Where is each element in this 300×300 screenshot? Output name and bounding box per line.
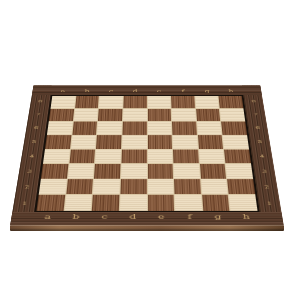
- square-a2[interactable]: [39, 179, 67, 194]
- square-a8[interactable]: [51, 96, 76, 108]
- rank-label-left-7: 7: [28, 108, 49, 121]
- square-g8[interactable]: [195, 96, 219, 108]
- square-d7[interactable]: [123, 109, 147, 122]
- chessboard-photo: 87654321 87654321 abcdefgh abcdefgh: [0, 0, 300, 300]
- square-d4[interactable]: [121, 149, 146, 163]
- square-d5[interactable]: [122, 135, 147, 149]
- square-g7[interactable]: [196, 109, 221, 122]
- square-c2[interactable]: [93, 179, 120, 194]
- square-a4[interactable]: [43, 149, 70, 163]
- file-label-top-h: h: [218, 86, 243, 95]
- square-d8[interactable]: [123, 96, 146, 108]
- squares-grid: [37, 96, 258, 211]
- rank-label-right-8: 8: [243, 95, 264, 108]
- square-f6[interactable]: [172, 122, 197, 135]
- rank-label-right-6: 6: [247, 121, 269, 135]
- rank-label-left-6: 6: [25, 121, 47, 135]
- square-f7[interactable]: [172, 109, 196, 122]
- square-f4[interactable]: [173, 149, 199, 163]
- square-d1[interactable]: [120, 195, 147, 211]
- rank-label-right-7: 7: [245, 108, 266, 121]
- square-g1[interactable]: [202, 195, 230, 211]
- square-c1[interactable]: [92, 195, 119, 211]
- square-b5[interactable]: [71, 135, 97, 149]
- square-c7[interactable]: [98, 109, 122, 122]
- board-side-edge: [10, 225, 284, 231]
- rank-label-left-1: 1: [12, 195, 36, 212]
- square-a1[interactable]: [37, 195, 65, 211]
- rank-label-right-2: 2: [255, 179, 279, 195]
- board-3d-scene: 87654321 87654321 abcdefgh abcdefgh: [23, 25, 271, 273]
- square-h5[interactable]: [223, 135, 249, 149]
- rank-label-left-4: 4: [21, 149, 43, 164]
- square-e7[interactable]: [147, 109, 171, 122]
- rank-label-left-8: 8: [30, 95, 51, 108]
- square-a3[interactable]: [41, 164, 68, 179]
- square-a6[interactable]: [47, 122, 73, 135]
- square-b3[interactable]: [68, 164, 95, 179]
- rank-label-left-2: 2: [15, 179, 39, 195]
- square-d6[interactable]: [122, 122, 146, 135]
- rank-label-left-5: 5: [23, 135, 45, 149]
- square-c8[interactable]: [99, 96, 123, 108]
- square-e2[interactable]: [148, 179, 174, 194]
- square-f8[interactable]: [171, 96, 195, 108]
- square-b8[interactable]: [75, 96, 99, 108]
- square-f5[interactable]: [173, 135, 198, 149]
- file-label-top-d: d: [123, 86, 147, 95]
- file-label-top-a: a: [51, 86, 76, 95]
- square-b2[interactable]: [66, 179, 93, 194]
- square-b6[interactable]: [72, 122, 97, 135]
- rank-label-right-4: 4: [251, 149, 273, 164]
- square-e8[interactable]: [147, 96, 170, 108]
- square-d2[interactable]: [120, 179, 146, 194]
- square-g3[interactable]: [200, 164, 227, 179]
- square-d3[interactable]: [121, 164, 147, 179]
- square-h4[interactable]: [224, 149, 251, 163]
- file-labels-top: abcdefgh: [32, 86, 262, 95]
- chessboard: 87654321 87654321 abcdefgh abcdefgh: [10, 86, 284, 226]
- file-label-top-c: c: [99, 86, 123, 95]
- square-h3[interactable]: [226, 164, 253, 179]
- square-b7[interactable]: [73, 109, 98, 122]
- square-c3[interactable]: [94, 164, 120, 179]
- square-c6[interactable]: [97, 122, 122, 135]
- square-g6[interactable]: [197, 122, 222, 135]
- square-g2[interactable]: [201, 179, 228, 194]
- square-h8[interactable]: [219, 96, 244, 108]
- square-f1[interactable]: [175, 195, 202, 211]
- square-g4[interactable]: [199, 149, 225, 163]
- playing-field-border: [34, 95, 260, 212]
- square-e4[interactable]: [148, 149, 173, 163]
- square-e1[interactable]: [148, 195, 175, 211]
- square-e3[interactable]: [148, 164, 174, 179]
- rank-label-right-1: 1: [257, 195, 281, 212]
- square-h7[interactable]: [220, 109, 245, 122]
- square-f2[interactable]: [174, 179, 201, 194]
- square-e5[interactable]: [147, 135, 172, 149]
- square-e6[interactable]: [147, 122, 171, 135]
- file-label-top-e: e: [147, 86, 171, 95]
- square-h2[interactable]: [228, 179, 256, 194]
- square-h1[interactable]: [229, 195, 257, 211]
- file-label-top-f: f: [171, 86, 195, 95]
- rank-label-right-5: 5: [249, 135, 271, 149]
- rank-label-left-3: 3: [18, 164, 41, 179]
- file-label-top-b: b: [75, 86, 100, 95]
- square-h6[interactable]: [222, 122, 248, 135]
- square-b4[interactable]: [69, 149, 95, 163]
- square-c4[interactable]: [95, 149, 121, 163]
- square-f3[interactable]: [174, 164, 200, 179]
- file-label-top-g: g: [195, 86, 220, 95]
- square-c5[interactable]: [96, 135, 121, 149]
- square-g5[interactable]: [198, 135, 224, 149]
- square-b1[interactable]: [64, 195, 92, 211]
- square-a7[interactable]: [49, 109, 74, 122]
- rank-label-right-3: 3: [253, 164, 276, 179]
- square-a5[interactable]: [45, 135, 71, 149]
